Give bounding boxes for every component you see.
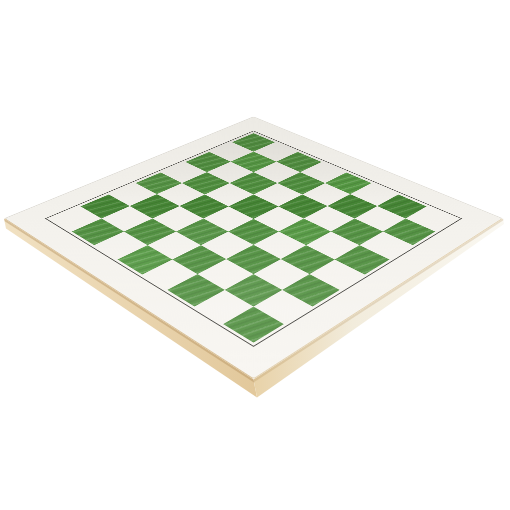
product-photo bbox=[0, 0, 510, 510]
